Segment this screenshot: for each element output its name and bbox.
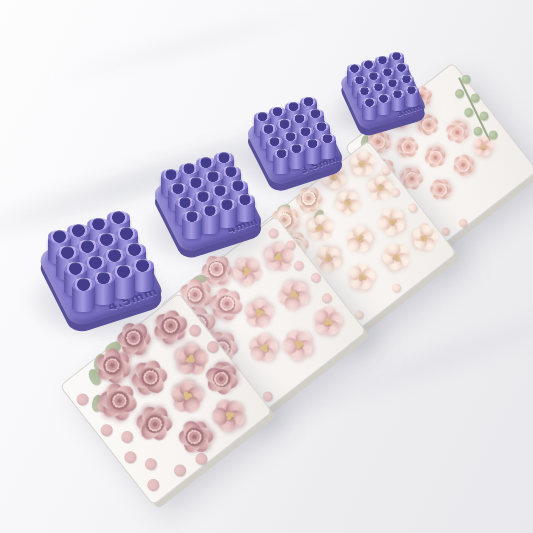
rose-flower xyxy=(134,403,175,444)
cutter-tube xyxy=(304,139,321,164)
tube-opening xyxy=(347,64,362,72)
cutter-tube xyxy=(182,211,202,240)
tube-opening xyxy=(186,177,206,188)
tube-opening xyxy=(48,230,71,243)
clay-dot xyxy=(171,462,188,479)
tube-opening xyxy=(260,124,277,133)
blossom-flower xyxy=(345,259,379,293)
tube-opening xyxy=(361,60,376,68)
tube-opening xyxy=(352,76,367,84)
tube-opening xyxy=(123,243,146,256)
tube-opening xyxy=(297,127,314,136)
tube-opening xyxy=(380,68,395,76)
blossom-flower xyxy=(410,222,441,253)
tube-opening xyxy=(64,262,87,275)
clay-dot xyxy=(74,391,91,408)
product-photo-scene: 4.5mm4mm3.5mm3mm xyxy=(0,0,533,533)
tube-opening xyxy=(107,211,130,224)
tube-opening xyxy=(131,259,154,272)
cutter-tube xyxy=(288,144,305,169)
cutter-tube xyxy=(404,86,419,107)
tube-opening xyxy=(362,98,377,106)
cutter-tube xyxy=(273,149,290,174)
marble-vein xyxy=(41,0,339,96)
clay-dot xyxy=(309,271,323,285)
tube-opening xyxy=(112,265,135,278)
tube-opening xyxy=(76,240,99,253)
clay-dot xyxy=(122,449,139,466)
cutter-tube xyxy=(92,272,115,305)
cutter-tube xyxy=(235,194,255,223)
blossom-flower xyxy=(471,134,496,159)
tube-opening xyxy=(228,180,248,191)
cutter-tube xyxy=(362,98,377,119)
tube-opening xyxy=(84,256,107,269)
tube-opening xyxy=(282,132,299,141)
cutter-tube xyxy=(319,134,336,159)
blossom-flower xyxy=(338,219,378,259)
blossom-center-dot xyxy=(324,321,329,326)
clay-dot xyxy=(142,456,159,473)
tube-opening xyxy=(182,211,202,222)
tube-opening xyxy=(394,63,409,71)
tube-opening xyxy=(72,278,95,291)
cutter-tube xyxy=(112,265,135,298)
tube-opening xyxy=(254,112,271,121)
cutter-tube xyxy=(131,259,154,292)
clay-dot xyxy=(406,201,419,214)
tube-opening xyxy=(376,94,391,102)
cutter-tube xyxy=(72,278,95,311)
tube-opening xyxy=(179,163,199,174)
blossom-flower xyxy=(242,327,285,370)
tube-opening xyxy=(67,224,90,237)
blossom-flower xyxy=(333,189,363,219)
tube-opening xyxy=(168,183,188,194)
tube-opening xyxy=(115,227,138,240)
tube-opening xyxy=(235,194,255,205)
tube-opening xyxy=(276,119,293,128)
clay-dot xyxy=(145,477,162,494)
tube-opening xyxy=(92,272,115,285)
cutter-tube xyxy=(217,199,237,228)
rose-flower xyxy=(444,118,472,146)
tube-opening xyxy=(193,191,213,202)
tube-opening xyxy=(214,152,234,163)
blossom-flower xyxy=(273,275,313,315)
tube-opening xyxy=(285,102,302,111)
tube-opening xyxy=(161,169,181,180)
cutter-tube xyxy=(376,94,391,115)
tube-opening xyxy=(56,246,79,259)
rose-flower xyxy=(426,175,457,206)
clay-dot xyxy=(458,217,469,228)
tube-opening xyxy=(366,72,381,80)
tube-opening xyxy=(200,205,220,216)
blossom-petal xyxy=(319,260,334,275)
blossom-flower xyxy=(309,302,346,339)
cutter-tube xyxy=(390,90,405,111)
tube-opening xyxy=(175,197,195,208)
blossom-center-dot xyxy=(293,293,298,298)
clay-dot xyxy=(390,282,403,295)
cutter-tube xyxy=(200,205,220,234)
tube-opening xyxy=(313,122,330,131)
tube-opening xyxy=(221,166,241,177)
clay-dot xyxy=(119,429,136,446)
tube-opening xyxy=(266,137,283,146)
blossom-petal xyxy=(284,295,301,312)
